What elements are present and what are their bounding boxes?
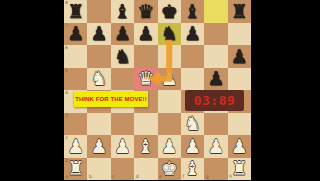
black-king: ♚ (161, 2, 178, 21)
white-knight: ♞ (184, 114, 201, 133)
square-a8[interactable]: 8♜ (64, 0, 87, 23)
square-b8[interactable] (87, 0, 110, 23)
square-a6[interactable]: 6 (64, 45, 87, 68)
square-b3[interactable] (87, 113, 110, 136)
white-pawn: ♟ (161, 69, 178, 88)
white-king: ♚ (161, 159, 178, 178)
white-queen: ♛ (137, 69, 154, 88)
rank-label: 6 (65, 46, 68, 51)
black-pawn: ♟ (184, 24, 201, 43)
square-c8[interactable]: ♝ (111, 0, 134, 23)
rank-label: 1 (65, 159, 68, 164)
letterbox-left (0, 0, 64, 180)
square-d2[interactable]: ♝ (134, 135, 157, 158)
square-f6[interactable] (181, 45, 204, 68)
square-b1[interactable]: b (87, 158, 110, 181)
file-label: d (136, 175, 139, 180)
file-label: a (66, 175, 69, 180)
square-d6[interactable] (134, 45, 157, 68)
square-d3[interactable] (134, 113, 157, 136)
black-pawn: ♟ (91, 24, 108, 43)
rank-label: 8 (65, 1, 68, 6)
square-g7[interactable] (204, 23, 227, 46)
black-pawn: ♟ (114, 24, 131, 43)
square-e2[interactable]: ♟ (158, 135, 181, 158)
square-f2[interactable]: ♟ (181, 135, 204, 158)
square-b5[interactable]: ♞ (87, 68, 110, 91)
square-e6[interactable] (158, 45, 181, 68)
square-c5[interactable] (111, 68, 134, 91)
square-a2[interactable]: 2♟ (64, 135, 87, 158)
square-g3[interactable] (204, 113, 227, 136)
square-a3[interactable]: 3 (64, 113, 87, 136)
square-g5[interactable]: ♟ (204, 68, 227, 91)
black-bishop: ♝ (184, 2, 201, 21)
black-rook: ♜ (67, 2, 84, 21)
white-pawn: ♟ (184, 137, 201, 156)
rank-label: 5 (65, 69, 68, 74)
white-rook: ♜ (67, 159, 84, 178)
square-c1[interactable]: c (111, 158, 134, 181)
black-pawn: ♟ (67, 24, 84, 43)
black-queen: ♛ (137, 2, 154, 21)
square-d7[interactable]: ♟ (134, 23, 157, 46)
square-c6[interactable]: ♞ (111, 45, 134, 68)
square-b2[interactable]: ♟ (87, 135, 110, 158)
square-d8[interactable]: ♛ (134, 0, 157, 23)
square-f5[interactable] (181, 68, 204, 91)
white-pawn: ♟ (67, 137, 84, 156)
white-pawn: ♟ (231, 137, 248, 156)
square-h8[interactable]: ♜ (228, 0, 251, 23)
square-g2[interactable]: ♟ (204, 135, 227, 158)
square-e8[interactable]: ♚ (158, 0, 181, 23)
square-h3[interactable] (228, 113, 251, 136)
square-e4[interactable] (158, 90, 181, 113)
square-b6[interactable] (87, 45, 110, 68)
square-c3[interactable] (111, 113, 134, 136)
black-bishop: ♝ (114, 2, 131, 21)
square-a1[interactable]: 1a♜ (64, 158, 87, 181)
black-pawn: ♟ (231, 47, 248, 66)
square-f7[interactable]: ♟ (181, 23, 204, 46)
square-c7[interactable]: ♟ (111, 23, 134, 46)
black-pawn: ♟ (137, 24, 154, 43)
countdown-timer: 03:89 (185, 90, 244, 111)
file-label: b (89, 175, 92, 180)
rank-label: 7 (65, 24, 68, 29)
white-pawn: ♟ (114, 137, 131, 156)
black-knight: ♞ (114, 47, 131, 66)
white-bishop: ♝ (137, 137, 154, 156)
square-f3[interactable]: ♞ (181, 113, 204, 136)
white-knight: ♞ (91, 69, 108, 88)
square-e7[interactable]: ♞ (158, 23, 181, 46)
file-label: e (159, 175, 162, 180)
square-h2[interactable]: ♟ (228, 135, 251, 158)
square-h1[interactable]: h♜ (228, 158, 251, 181)
square-d1[interactable]: d (134, 158, 157, 181)
file-label: c (112, 175, 114, 180)
square-f1[interactable]: f♝ (181, 158, 204, 181)
square-f8[interactable]: ♝ (181, 0, 204, 23)
square-e3[interactable] (158, 113, 181, 136)
letterbox-right (251, 0, 320, 180)
rank-label: 3 (65, 114, 68, 119)
think-banner: THINK FOR THE MOVE!! (74, 91, 148, 107)
black-pawn: ♟ (207, 69, 224, 88)
white-pawn: ♟ (91, 137, 108, 156)
square-a7[interactable]: 7♟ (64, 23, 87, 46)
white-pawn: ♟ (207, 137, 224, 156)
square-h5[interactable] (228, 68, 251, 91)
square-g8[interactable] (204, 0, 227, 23)
file-label: g (206, 175, 209, 180)
square-h7[interactable] (228, 23, 251, 46)
square-g6[interactable] (204, 45, 227, 68)
square-e1[interactable]: e♚ (158, 158, 181, 181)
file-label: h (229, 175, 232, 180)
square-c2[interactable]: ♟ (111, 135, 134, 158)
file-label: f (182, 175, 184, 180)
square-e5[interactable]: ♟ (158, 68, 181, 91)
white-bishop: ♝ (184, 159, 201, 178)
white-pawn: ♟ (161, 137, 178, 156)
video-frame: 8♜♝♛♚♝♜7♟♟♟♟♞♟6♞♟5♞♛♟♟43♞2♟♟♟♝♟♟♟♟1a♜bcd… (0, 0, 320, 180)
square-a5[interactable]: 5 (64, 68, 87, 91)
black-rook: ♜ (231, 2, 248, 21)
square-b7[interactable]: ♟ (87, 23, 110, 46)
square-d5[interactable]: ♛ (134, 68, 157, 91)
square-g1[interactable]: g (204, 158, 227, 181)
rank-label: 2 (65, 136, 68, 141)
white-rook: ♜ (231, 159, 248, 178)
square-h6[interactable]: ♟ (228, 45, 251, 68)
rank-label: 4 (65, 91, 68, 96)
black-knight: ♞ (161, 24, 178, 43)
